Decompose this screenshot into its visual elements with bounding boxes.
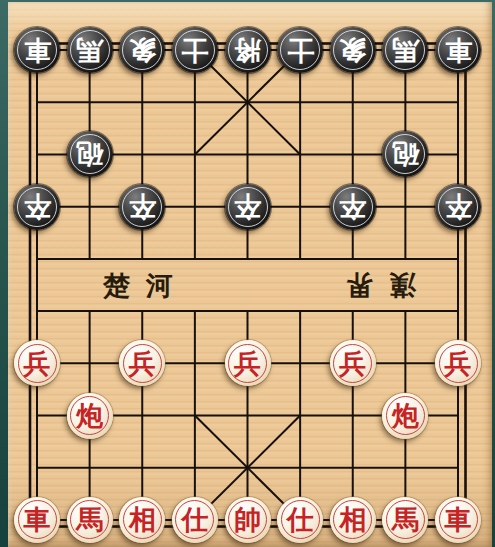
piece-glyph: 卒 xyxy=(234,193,261,220)
piece-black-elephant[interactable]: 象 xyxy=(330,27,376,73)
piece-black-soldier[interactable]: 卒 xyxy=(330,184,376,230)
piece-glyph: 卒 xyxy=(24,193,51,220)
piece-glyph: 馬 xyxy=(76,506,103,533)
piece-glyph: 卒 xyxy=(339,193,366,220)
piece-glyph: 象 xyxy=(339,37,366,64)
piece-black-cannon[interactable]: 砲 xyxy=(67,131,113,177)
piece-red-soldier[interactable]: 兵 xyxy=(435,340,481,386)
piece-glyph: 相 xyxy=(339,506,366,533)
piece-black-chariot[interactable]: 車 xyxy=(435,27,481,73)
piece-glyph: 兵 xyxy=(24,350,51,377)
piece-glyph: 兵 xyxy=(339,350,366,377)
piece-black-soldier[interactable]: 卒 xyxy=(225,184,271,230)
piece-glyph: 炮 xyxy=(76,402,103,429)
piece-black-elephant[interactable]: 象 xyxy=(119,27,165,73)
piece-red-horse[interactable]: 馬 xyxy=(382,497,428,543)
piece-glyph: 砲 xyxy=(76,141,103,168)
piece-red-chariot[interactable]: 車 xyxy=(435,497,481,543)
piece-glyph: 兵 xyxy=(234,350,261,377)
piece-red-cannon[interactable]: 炮 xyxy=(382,393,428,439)
piece-glyph: 卒 xyxy=(129,193,156,220)
piece-black-horse[interactable]: 馬 xyxy=(67,27,113,73)
piece-black-cannon[interactable]: 砲 xyxy=(382,131,428,177)
piece-glyph: 車 xyxy=(24,506,51,533)
piece-black-general[interactable]: 將 xyxy=(225,27,271,73)
piece-red-elephant[interactable]: 相 xyxy=(330,497,376,543)
piece-glyph: 馬 xyxy=(76,37,103,64)
piece-red-soldier[interactable]: 兵 xyxy=(14,340,60,386)
piece-glyph: 炮 xyxy=(392,402,419,429)
piece-red-chariot[interactable]: 車 xyxy=(14,497,60,543)
piece-red-cannon[interactable]: 炮 xyxy=(67,393,113,439)
piece-black-soldier[interactable]: 卒 xyxy=(14,184,60,230)
piece-glyph: 仕 xyxy=(287,506,314,533)
piece-red-soldier[interactable]: 兵 xyxy=(119,340,165,386)
piece-glyph: 仕 xyxy=(181,506,208,533)
piece-glyph: 將 xyxy=(234,37,261,64)
piece-red-soldier[interactable]: 兵 xyxy=(225,340,271,386)
piece-glyph: 兵 xyxy=(129,350,156,377)
piece-black-soldier[interactable]: 卒 xyxy=(435,184,481,230)
piece-black-advisor[interactable]: 士 xyxy=(172,27,218,73)
piece-glyph: 士 xyxy=(181,37,208,64)
piece-black-chariot[interactable]: 車 xyxy=(14,27,60,73)
piece-red-elephant[interactable]: 相 xyxy=(119,497,165,543)
piece-glyph: 卒 xyxy=(445,193,472,220)
piece-red-general[interactable]: 帥 xyxy=(225,497,271,543)
piece-glyph: 車 xyxy=(445,37,472,64)
piece-black-horse[interactable]: 馬 xyxy=(382,27,428,73)
river-label-right: 漢界 xyxy=(318,272,428,299)
piece-glyph: 砲 xyxy=(392,141,419,168)
piece-red-advisor[interactable]: 仕 xyxy=(172,497,218,543)
piece-glyph: 車 xyxy=(24,37,51,64)
xiangqi-window: 楚河 漢界 車馬象士將士象馬車砲砲卒卒卒卒卒兵兵兵兵兵炮炮車馬相仕帥仕相馬車 xyxy=(0,0,495,547)
piece-red-soldier[interactable]: 兵 xyxy=(330,340,376,386)
piece-black-advisor[interactable]: 士 xyxy=(277,27,323,73)
piece-glyph: 士 xyxy=(287,37,314,64)
piece-glyph: 馬 xyxy=(392,506,419,533)
piece-glyph: 馬 xyxy=(392,37,419,64)
piece-glyph: 象 xyxy=(129,37,156,64)
piece-glyph: 車 xyxy=(445,506,472,533)
piece-red-horse[interactable]: 馬 xyxy=(67,497,113,543)
piece-glyph: 兵 xyxy=(445,350,472,377)
piece-glyph: 帥 xyxy=(234,506,261,533)
piece-glyph: 相 xyxy=(129,506,156,533)
piece-black-soldier[interactable]: 卒 xyxy=(119,184,165,230)
piece-red-advisor[interactable]: 仕 xyxy=(277,497,323,543)
river-label-left: 楚河 xyxy=(103,272,189,299)
